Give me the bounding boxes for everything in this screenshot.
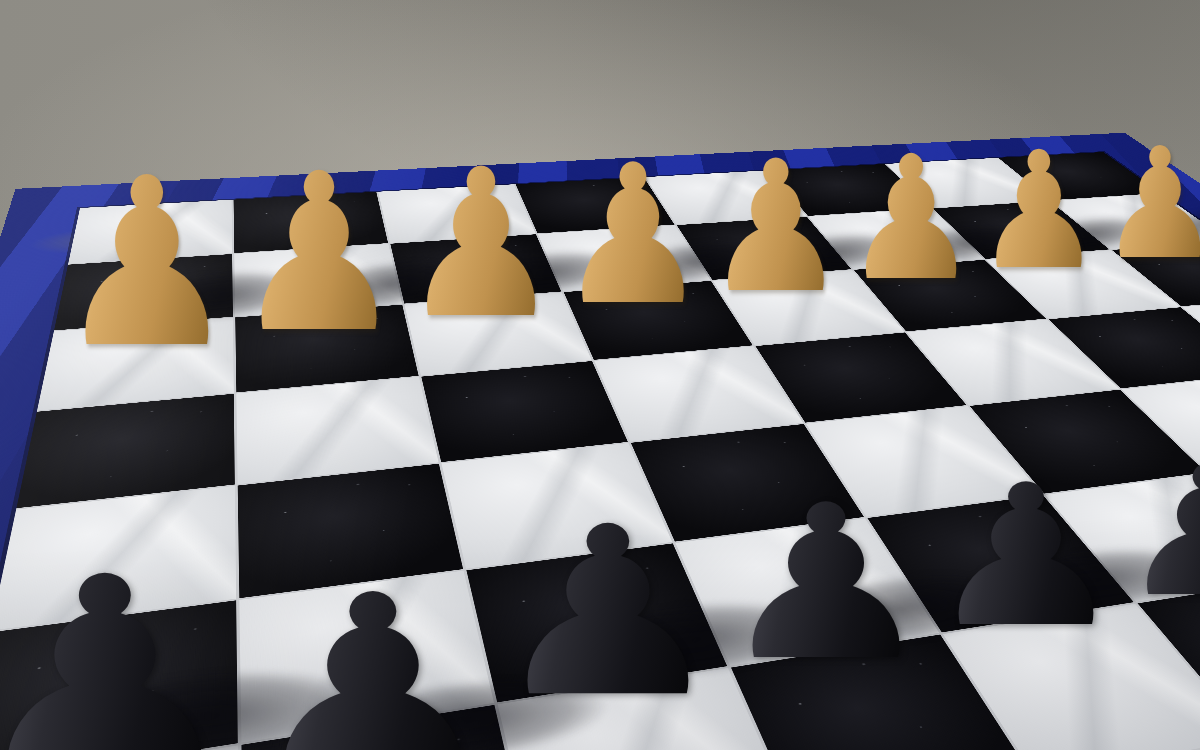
white-pawn-glyph: ♟: [705, 137, 848, 319]
black-pawn-glyph: ♟: [488, 496, 729, 730]
white-pawn-glyph: ♟: [557, 139, 709, 332]
white-pawn-glyph: ♟: [233, 144, 405, 362]
scene: ♟♟♟♟♟♟♟♟♟♟♟♟♟♟: [0, 0, 1200, 750]
black-pawn-glyph: ♟: [0, 541, 251, 750]
pieces-layer: ♟♟♟♟♟♟♟♟♟♟♟♟♟♟: [0, 0, 1200, 750]
white-pawn-glyph: ♟: [1099, 128, 1200, 281]
pawn-white-a2[interactable]: ♟: [1160, 238, 1200, 416]
black-pawn-glyph: ♟: [240, 562, 505, 750]
black-pawn-glyph: ♟: [716, 477, 936, 690]
white-pawn-glyph: ♟: [400, 142, 562, 347]
white-pawn-glyph: ♟: [55, 147, 239, 380]
black-pawn-glyph: ♟: [1117, 442, 1200, 622]
black-pawn-glyph: ♟: [925, 459, 1127, 655]
white-pawn-glyph: ♟: [975, 130, 1103, 292]
white-pawn-glyph: ♟: [844, 133, 979, 304]
